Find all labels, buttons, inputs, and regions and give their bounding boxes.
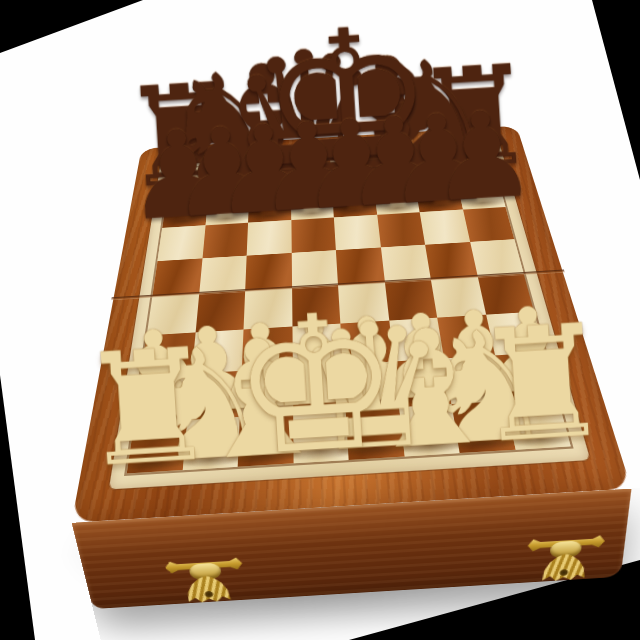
scene-tilt-wrapper: ♜♞♝♛♚♝♞♜♟♟♟♟♟♟♟♟♟♟♟♟♟♟♟♟♜♞♝♚♛♝♞♜ [0, 0, 640, 640]
square-h1: ♜ [504, 397, 570, 450]
perspective-scene: ♜♞♝♛♚♝♞♜♟♟♟♟♟♟♟♟♟♟♟♟♟♟♟♟♜♞♝♚♛♝♞♜ [0, 0, 640, 640]
black-pawn-h7: ♟ [425, 93, 539, 219]
white-rook-h1: ♜ [467, 302, 615, 465]
square-a5 [152, 258, 202, 296]
clasp-fan-pendant-icon [542, 552, 587, 582]
white-king-d1: ♚ [227, 286, 406, 483]
brass-clasp-left [164, 556, 248, 612]
square-h5 [470, 239, 524, 277]
squares-grid: ♜♞♝♛♚♝♞♜♟♟♟♟♟♟♟♟♟♟♟♟♟♟♟♟♜♞♝♚♛♝♞♜ [127, 150, 571, 474]
box-front-face [72, 489, 632, 610]
square-a1: ♜ [127, 420, 187, 474]
clasp-fan-pendant-icon [184, 574, 231, 604]
brass-clasp-right [525, 533, 605, 589]
chess-box-lid: ♜♞♝♛♚♝♞♜♟♟♟♟♟♟♟♟♟♟♟♟♟♟♟♟♜♞♝♚♛♝♞♜ [72, 126, 632, 523]
chess-board: ♜♞♝♛♚♝♞♜♟♟♟♟♟♟♟♟♟♟♟♟♟♟♟♟♜♞♝♚♛♝♞♜ [109, 141, 591, 489]
square-d1: ♚ [293, 410, 349, 463]
square-g5 [425, 242, 477, 280]
square-h7: ♟ [456, 177, 505, 209]
photo-frame: ♜♞♝♛♚♝♞♜♟♟♟♟♟♟♟♟♟♟♟♟♟♟♟♟♜♞♝♚♛♝♞♜ [0, 0, 640, 640]
